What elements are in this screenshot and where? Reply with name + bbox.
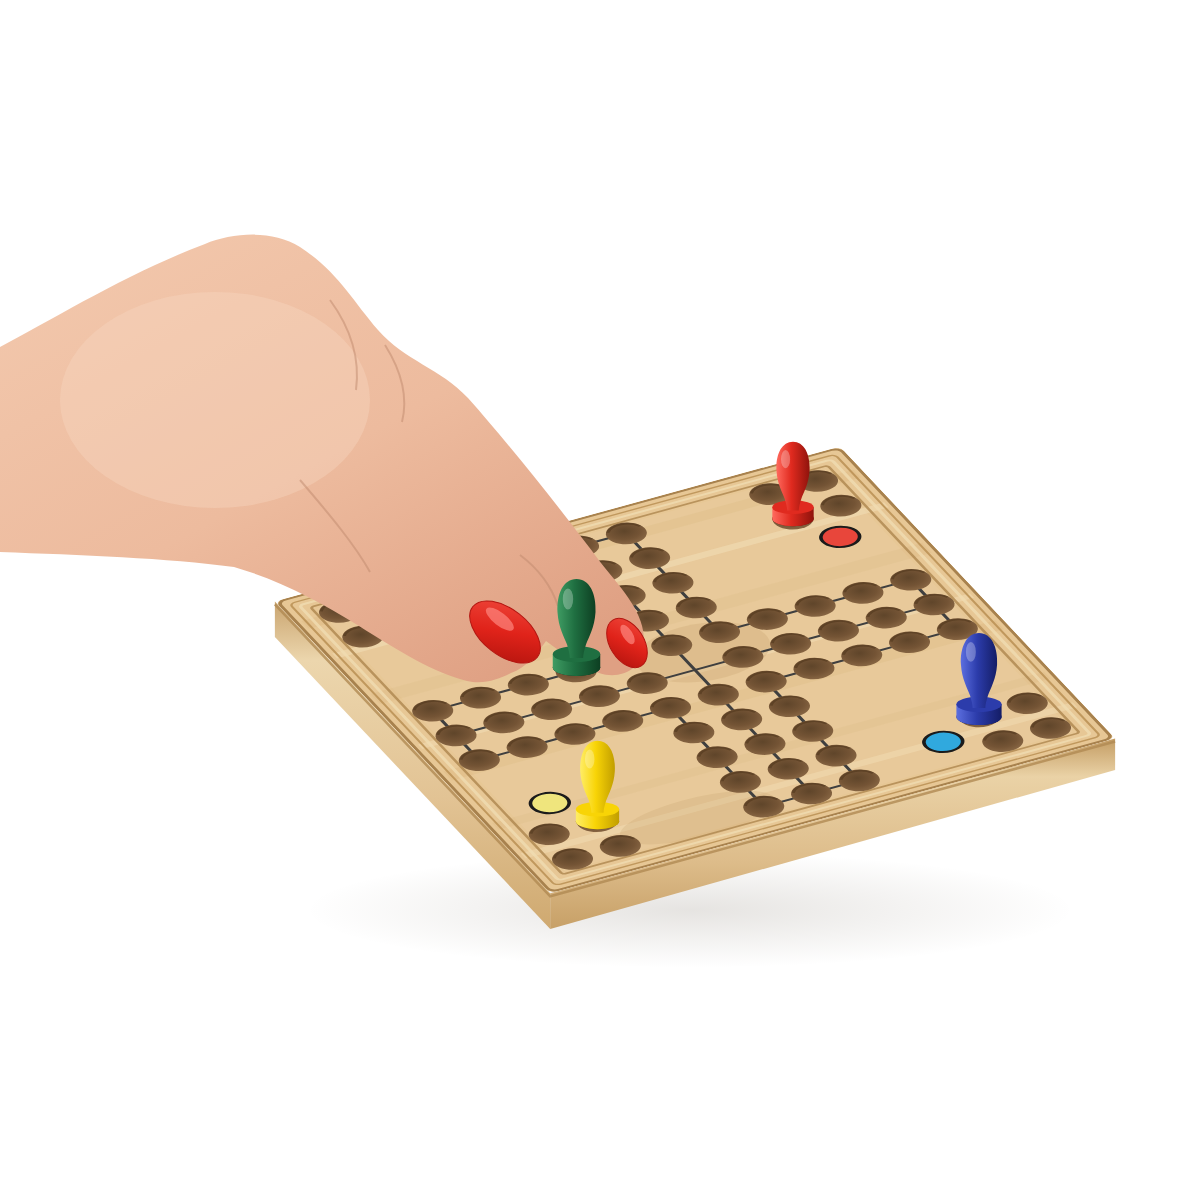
peg-yellow[interactable]	[571, 740, 624, 830]
hand-highlight	[60, 292, 370, 508]
peg-red[interactable]	[766, 441, 820, 527]
peg-green[interactable]	[548, 578, 605, 677]
photo-stage	[0, 0, 1200, 1200]
peg-blue[interactable]	[949, 632, 1009, 726]
